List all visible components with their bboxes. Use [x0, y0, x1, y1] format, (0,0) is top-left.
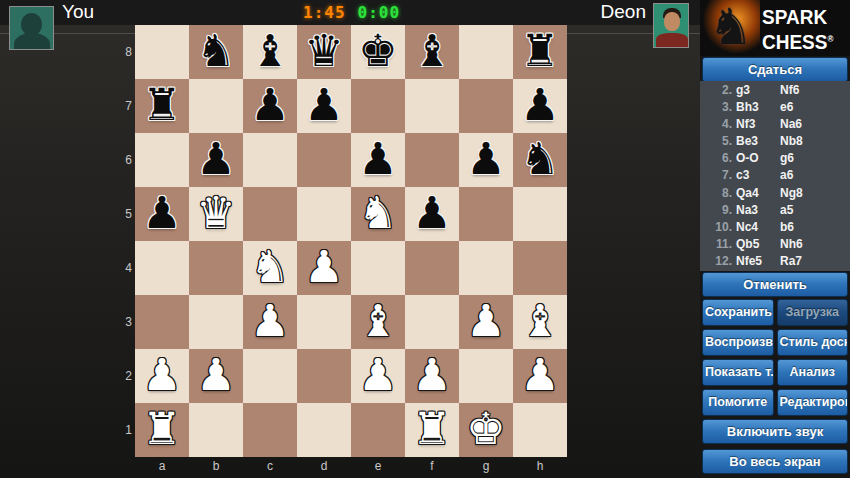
- piece-white-bishop[interactable]: ♝: [351, 295, 405, 349]
- move-number: 8.: [700, 185, 732, 202]
- square-h1[interactable]: [513, 403, 567, 457]
- resign-button[interactable]: Сдаться: [702, 57, 848, 82]
- piece-black-bishop[interactable]: ♝: [243, 25, 297, 79]
- player-you-name: You: [62, 1, 94, 23]
- square-f7[interactable]: [405, 79, 459, 133]
- black-move: Nh6: [780, 236, 850, 253]
- square-c6[interactable]: [243, 133, 297, 187]
- piece-black-pawn[interactable]: ♟: [513, 79, 567, 133]
- file-label-h: h: [513, 457, 567, 478]
- rank-label-6: 6: [108, 133, 132, 187]
- white-move: Na3: [736, 202, 778, 219]
- file-label-e: e: [351, 457, 405, 478]
- file-labels: abcdefgh: [135, 457, 567, 478]
- move-number: 9.: [700, 202, 732, 219]
- move-number: 3.: [700, 99, 732, 116]
- square-d3[interactable]: [297, 295, 351, 349]
- square-g4[interactable]: [459, 241, 513, 295]
- white-move: Bh3: [736, 99, 778, 116]
- load-button[interactable]: Загрузка: [777, 299, 849, 326]
- square-a5[interactable]: ♟: [135, 187, 189, 241]
- square-e3[interactable]: ♝: [351, 295, 405, 349]
- square-a4[interactable]: [135, 241, 189, 295]
- file-label-b: b: [189, 457, 243, 478]
- square-h2[interactable]: ♟: [513, 349, 567, 403]
- piece-white-knight[interactable]: ♞: [243, 241, 297, 295]
- square-a1[interactable]: ♜: [135, 403, 189, 457]
- square-f2[interactable]: ♟: [405, 349, 459, 403]
- black-move: a5: [780, 202, 850, 219]
- file-label-g: g: [459, 457, 513, 478]
- square-e2[interactable]: ♟: [351, 349, 405, 403]
- analysis-button[interactable]: Анализ: [777, 359, 849, 386]
- piece-white-pawn[interactable]: ♟: [243, 295, 297, 349]
- square-a7[interactable]: ♜: [135, 79, 189, 133]
- square-b4[interactable]: [189, 241, 243, 295]
- board-style-button[interactable]: Стиль доски: [777, 329, 849, 356]
- rank-label-1: 1: [108, 403, 132, 457]
- square-b7[interactable]: [189, 79, 243, 133]
- white-move: Nc4: [736, 219, 778, 236]
- square-d7[interactable]: ♟: [297, 79, 351, 133]
- square-d1[interactable]: [297, 403, 351, 457]
- white-move: Be3: [736, 133, 778, 150]
- square-h7[interactable]: ♟: [513, 79, 567, 133]
- square-c1[interactable]: [243, 403, 297, 457]
- file-label-a: a: [135, 457, 189, 478]
- move-number: 5.: [700, 133, 732, 150]
- player-deon-avatar: [653, 3, 689, 48]
- file-label-c: c: [243, 457, 297, 478]
- clocks: 1:45 0:00: [303, 3, 400, 22]
- help-button[interactable]: Помогите: [702, 389, 774, 416]
- move-number: 4.: [700, 116, 732, 133]
- move-row[interactable]: 12.Nfe5Ra7: [700, 253, 850, 270]
- move-list[interactable]: 2.g3Nf63.Bh3e64.Nf3Na65.Be3Nb86.O-Og67.c…: [700, 81, 850, 271]
- piece-white-king[interactable]: ♚: [459, 403, 513, 457]
- white-move: c3: [736, 167, 778, 184]
- file-label-d: d: [297, 457, 351, 478]
- edit-button[interactable]: Редактиров...: [777, 389, 849, 416]
- knight-logo-icon: ♞: [702, 0, 760, 56]
- square-c8[interactable]: ♝: [243, 25, 297, 79]
- move-row[interactable]: 11.Qb5Nh6: [700, 236, 850, 253]
- piece-black-king[interactable]: ♚: [351, 25, 405, 79]
- black-move: Ng8: [780, 185, 850, 202]
- square-e7[interactable]: [351, 79, 405, 133]
- black-move: a6: [780, 167, 850, 184]
- move-row[interactable]: 7.c3a6: [700, 167, 850, 184]
- piece-white-queen[interactable]: ♛: [189, 187, 243, 241]
- sparkchess-logo: ♞ SPARK CHESS®: [700, 0, 850, 56]
- rank-label-8: 8: [108, 25, 132, 79]
- move-number: 6.: [700, 150, 732, 167]
- square-h6[interactable]: ♞: [513, 133, 567, 187]
- black-move: Nf6: [780, 82, 850, 99]
- piece-white-rook[interactable]: ♜: [405, 403, 459, 457]
- move-row[interactable]: 4.Nf3Na6: [700, 116, 850, 133]
- rank-label-2: 2: [108, 349, 132, 403]
- white-move: Nfe5: [736, 253, 778, 270]
- chess-board[interactable]: ♞♝♛♚♝♜♜♟♟♟♟♟♟♞♟♛♞♟♞♟♟♝♟♝♟♟♟♟♟♜♜♚: [135, 25, 567, 457]
- move-number: 11.: [700, 236, 732, 253]
- piece-white-pawn[interactable]: ♟: [513, 349, 567, 403]
- piece-black-pawn[interactable]: ♟: [351, 133, 405, 187]
- square-b8[interactable]: ♞: [189, 25, 243, 79]
- square-b1[interactable]: [189, 403, 243, 457]
- move-number: 2.: [700, 82, 732, 99]
- square-a2[interactable]: ♟: [135, 349, 189, 403]
- piece-white-pawn[interactable]: ♟: [351, 349, 405, 403]
- square-h4[interactable]: [513, 241, 567, 295]
- file-label-f: f: [405, 457, 459, 478]
- sidebar: ♞ SPARK CHESS® Сдаться 2.g3Nf63.Bh3e64.N…: [700, 0, 850, 478]
- fullscreen-button[interactable]: Во весь экран: [702, 449, 848, 474]
- rank-label-5: 5: [108, 187, 132, 241]
- piece-white-pawn[interactable]: ♟: [297, 241, 351, 295]
- square-g1[interactable]: ♚: [459, 403, 513, 457]
- move-row[interactable]: 2.g3Nf6: [700, 82, 850, 99]
- square-a8[interactable]: [135, 25, 189, 79]
- black-move: Na6: [780, 116, 850, 133]
- square-b5[interactable]: ♛: [189, 187, 243, 241]
- move-row[interactable]: 9.Na3a5: [700, 202, 850, 219]
- rank-label-7: 7: [108, 79, 132, 133]
- square-d8[interactable]: ♛: [297, 25, 351, 79]
- rank-label-4: 4: [108, 241, 132, 295]
- move-row[interactable]: 6.O-Og6: [700, 150, 850, 167]
- square-d6[interactable]: [297, 133, 351, 187]
- piece-black-pawn[interactable]: ♟: [405, 187, 459, 241]
- square-f4[interactable]: [405, 241, 459, 295]
- black-move: e6: [780, 99, 850, 116]
- square-d5[interactable]: [297, 187, 351, 241]
- replay-button[interactable]: Воспроизве...: [702, 329, 774, 356]
- action-button-grid: СохранитьЗагрузкаВоспроизве...Стиль доск…: [702, 299, 848, 416]
- black-move: b6: [780, 219, 850, 236]
- square-c2[interactable]: [243, 349, 297, 403]
- piece-white-bishop[interactable]: ♝: [513, 295, 567, 349]
- sound-button[interactable]: Включить звук: [702, 419, 848, 444]
- move-row[interactable]: 10.Nc4b6: [700, 219, 850, 236]
- piece-black-pawn[interactable]: ♟: [189, 133, 243, 187]
- square-g6[interactable]: ♟: [459, 133, 513, 187]
- white-move: O-O: [736, 150, 778, 167]
- square-b2[interactable]: ♟: [189, 349, 243, 403]
- square-a3[interactable]: [135, 295, 189, 349]
- piece-black-knight[interactable]: ♞: [189, 25, 243, 79]
- registered-mark: ®: [827, 34, 833, 43]
- square-h5[interactable]: [513, 187, 567, 241]
- square-c7[interactable]: ♟: [243, 79, 297, 133]
- square-d2[interactable]: [297, 349, 351, 403]
- piece-black-pawn[interactable]: ♟: [459, 133, 513, 187]
- square-a6[interactable]: [135, 133, 189, 187]
- save-button[interactable]: Сохранить: [702, 299, 774, 326]
- square-e4[interactable]: [351, 241, 405, 295]
- square-f5[interactable]: ♟: [405, 187, 459, 241]
- square-g8[interactable]: [459, 25, 513, 79]
- white-move: g3: [736, 82, 778, 99]
- move-number: 12.: [700, 253, 732, 270]
- move-row[interactable]: 3.Bh3e6: [700, 99, 850, 116]
- piece-black-pawn[interactable]: ♟: [243, 79, 297, 133]
- square-e5[interactable]: ♞: [351, 187, 405, 241]
- square-g7[interactable]: [459, 79, 513, 133]
- piece-black-knight[interactable]: ♞: [513, 133, 567, 187]
- square-e1[interactable]: [351, 403, 405, 457]
- black-move: g6: [780, 150, 850, 167]
- piece-white-pawn[interactable]: ♟: [405, 349, 459, 403]
- piece-black-queen[interactable]: ♛: [297, 25, 351, 79]
- square-f8[interactable]: ♝: [405, 25, 459, 79]
- move-row[interactable]: 8.Qa4Ng8: [700, 185, 850, 202]
- square-f6[interactable]: [405, 133, 459, 187]
- move-number: 7.: [700, 167, 732, 184]
- piece-white-pawn[interactable]: ♟: [189, 349, 243, 403]
- square-h8[interactable]: ♜: [513, 25, 567, 79]
- white-move: Qa4: [736, 185, 778, 202]
- piece-black-rook[interactable]: ♜: [135, 79, 189, 133]
- piece-white-knight[interactable]: ♞: [351, 187, 405, 241]
- square-b6[interactable]: ♟: [189, 133, 243, 187]
- square-c3[interactable]: ♟: [243, 295, 297, 349]
- sparkchess-app: You 1:45 0:00 Deon 87654321 ♞♝♛♚♝♜♜♟♟♟♟♟…: [0, 0, 850, 478]
- square-g2[interactable]: [459, 349, 513, 403]
- piece-black-pawn[interactable]: ♟: [135, 187, 189, 241]
- player-deon-clock: 0:00: [358, 3, 401, 22]
- square-e8[interactable]: ♚: [351, 25, 405, 79]
- piece-black-rook[interactable]: ♜: [513, 25, 567, 79]
- square-d4[interactable]: ♟: [297, 241, 351, 295]
- square-b3[interactable]: [189, 295, 243, 349]
- piece-black-pawn[interactable]: ♟: [297, 79, 351, 133]
- white-move: Nf3: [736, 116, 778, 133]
- piece-white-pawn[interactable]: ♟: [459, 295, 513, 349]
- rank-label-3: 3: [108, 295, 132, 349]
- square-g3[interactable]: ♟: [459, 295, 513, 349]
- square-c5[interactable]: [243, 187, 297, 241]
- square-h3[interactable]: ♝: [513, 295, 567, 349]
- square-e6[interactable]: ♟: [351, 133, 405, 187]
- black-move: Ra7: [780, 253, 850, 270]
- move-row[interactable]: 5.Be3Nb8: [700, 133, 850, 150]
- move-number: 10.: [700, 219, 732, 236]
- square-g5[interactable]: [459, 187, 513, 241]
- white-move: Qb5: [736, 236, 778, 253]
- square-c4[interactable]: ♞: [243, 241, 297, 295]
- show-threats-button[interactable]: Показать т...: [702, 359, 774, 386]
- black-move: Nb8: [780, 133, 850, 150]
- piece-black-bishop[interactable]: ♝: [405, 25, 459, 79]
- undo-button[interactable]: Отменить: [702, 272, 848, 297]
- avatar-photo: [664, 12, 680, 31]
- brand-text: SPARK CHESS®: [762, 6, 833, 54]
- player-you-clock: 1:45: [303, 3, 346, 22]
- rank-labels: 87654321: [108, 25, 132, 457]
- player-you-avatar: [9, 6, 54, 50]
- square-f1[interactable]: ♜: [405, 403, 459, 457]
- piece-white-pawn[interactable]: ♟: [135, 349, 189, 403]
- square-f3[interactable]: [405, 295, 459, 349]
- player-deon-name: Deon: [601, 1, 646, 23]
- piece-white-rook[interactable]: ♜: [135, 403, 189, 457]
